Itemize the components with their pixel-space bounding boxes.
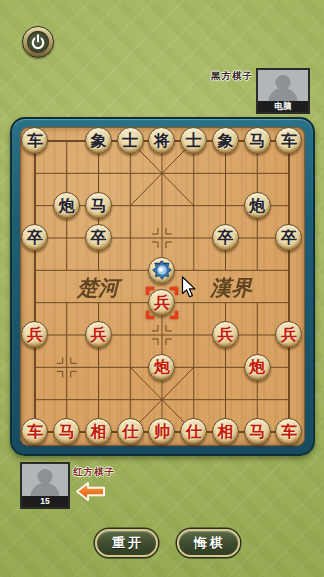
piece-glyph: 士 — [186, 133, 202, 149]
board-cell-c3[interactable]: 兵 — [83, 319, 115, 351]
board-cell-b5[interactable] — [51, 254, 83, 286]
piece-车-black[interactable]: 车 — [21, 127, 48, 154]
piece-glyph: 象 — [90, 133, 106, 149]
piece-glyph: 卒 — [281, 230, 297, 246]
board-cell-d9[interactable]: 士 — [114, 125, 146, 157]
board-cell-e9[interactable]: 将 — [146, 125, 178, 157]
board-cell-h4[interactable] — [241, 286, 273, 318]
board-cell-g3[interactable]: 兵 — [210, 319, 242, 351]
piece-兵-red[interactable]: 兵 — [85, 321, 112, 348]
piece-卒-black[interactable]: 卒 — [85, 224, 112, 251]
board-cell-g0[interactable]: 相 — [210, 416, 242, 448]
piece-车-red[interactable]: 车 — [21, 418, 48, 445]
piece-马-red[interactable]: 马 — [244, 418, 271, 445]
piece-兵-red[interactable]: 兵 — [212, 321, 239, 348]
player-avatar: 15 — [20, 462, 70, 509]
board-cell-g8[interactable] — [210, 157, 242, 189]
board-cell-i5[interactable] — [273, 254, 305, 286]
opponent-label: 黑方棋子 — [211, 70, 253, 83]
board-cell-h5[interactable] — [241, 254, 273, 286]
board-cell-i2[interactable] — [273, 351, 305, 383]
piece-glyph: 卒 — [217, 230, 233, 246]
board-cell-c1[interactable] — [83, 383, 115, 415]
board-cell-d4[interactable] — [114, 286, 146, 318]
board-cell-e6[interactable] — [146, 222, 178, 254]
piece-glyph: 帅 — [154, 424, 170, 440]
board-cell-d3[interactable] — [114, 319, 146, 351]
piece-glyph: 马 — [59, 424, 75, 440]
board-cell-g6[interactable]: 卒 — [210, 222, 242, 254]
board-cell-a8[interactable] — [19, 157, 51, 189]
board-cell-c4[interactable] — [83, 286, 115, 318]
board-cell-e2[interactable]: 炮 — [146, 351, 178, 383]
avatar-torso-icon — [31, 483, 60, 497]
board-cell-a5[interactable] — [19, 254, 51, 286]
piece-glyph: 马 — [90, 198, 106, 214]
piece-炮-red[interactable]: 炮 — [244, 354, 271, 381]
board-cell-e5[interactable]: 卒 — [146, 254, 178, 286]
piece-象-black[interactable]: 象 — [85, 127, 112, 154]
piece-glyph: 炮 — [249, 359, 265, 375]
piece-glyph: 兵 — [217, 327, 233, 343]
board-cell-f7[interactable] — [178, 189, 210, 221]
piece-glyph: 将 — [154, 133, 170, 149]
app: 黑方棋子 电脑 楚河 漢界 车象士将士象马车炮马炮卒卒卒卒卒兵兵兵兵兵炮炮车马相… — [0, 0, 324, 577]
piece-车-black[interactable]: 车 — [275, 127, 302, 154]
piece-glyph: 马 — [249, 133, 265, 149]
board-cell-a0[interactable]: 车 — [19, 416, 51, 448]
piece-glyph: 仕 — [186, 424, 202, 440]
piece-炮-black[interactable]: 炮 — [244, 192, 271, 219]
piece-glyph: 车 — [281, 133, 297, 149]
board-cell-h8[interactable] — [241, 157, 273, 189]
board-cell-i7[interactable] — [273, 189, 305, 221]
piece-兵-red[interactable]: 兵 — [21, 321, 48, 348]
board-cell-b4[interactable] — [51, 286, 83, 318]
player-badge: 15 — [22, 496, 68, 507]
board-cell-g4[interactable] — [210, 286, 242, 318]
board-cell-c8[interactable] — [83, 157, 115, 189]
board-cell-h7[interactable]: 炮 — [241, 189, 273, 221]
piece-仕-red[interactable]: 仕 — [117, 418, 144, 445]
board-cell-e7[interactable] — [146, 189, 178, 221]
board-cell-h9[interactable]: 马 — [241, 125, 273, 157]
piece-象-black[interactable]: 象 — [212, 127, 239, 154]
piece-glyph: 兵 — [27, 327, 43, 343]
piece-兵-red[interactable]: 兵 — [148, 289, 175, 316]
board-cell-f5[interactable] — [178, 254, 210, 286]
piece-兵-red[interactable]: 兵 — [275, 321, 302, 348]
board-cell-i0[interactable]: 车 — [273, 416, 305, 448]
board-cell-e3[interactable] — [146, 319, 178, 351]
board-cell-i8[interactable] — [273, 157, 305, 189]
piece-glyph: 炮 — [59, 198, 75, 214]
board-cell-d5[interactable] — [114, 254, 146, 286]
board-cell-f4[interactable] — [178, 286, 210, 318]
undo-button[interactable]: 悔棋 — [177, 529, 240, 557]
piece-glyph: 卒 — [90, 230, 106, 246]
piece-炮-black[interactable]: 炮 — [53, 192, 80, 219]
piece-grid: 车象士将士象马车炮马炮卒卒卒卒卒兵兵兵兵兵炮炮车马相仕帅仕相马车 — [19, 125, 305, 448]
piece-炮-red[interactable]: 炮 — [148, 354, 175, 381]
board-cell-d8[interactable] — [114, 157, 146, 189]
piece-马-black[interactable]: 马 — [85, 192, 112, 219]
board-cell-e0[interactable]: 帅 — [146, 416, 178, 448]
board-cell-h6[interactable] — [241, 222, 273, 254]
board-cell-i1[interactable] — [273, 383, 305, 415]
board-cell-b1[interactable] — [51, 383, 83, 415]
board-cell-b8[interactable] — [51, 157, 83, 189]
piece-glyph: 士 — [122, 133, 138, 149]
turn-arrow-icon — [75, 481, 106, 502]
board-cell-g2[interactable] — [210, 351, 242, 383]
piece-帅-red[interactable]: 帅 — [148, 418, 175, 445]
piece-将-black[interactable]: 将 — [148, 127, 175, 154]
board-cell-i9[interactable]: 车 — [273, 125, 305, 157]
piece-仕-red[interactable]: 仕 — [180, 418, 207, 445]
board-cell-g1[interactable] — [210, 383, 242, 415]
board-cell-h0[interactable]: 马 — [241, 416, 273, 448]
board-cell-g9[interactable]: 象 — [210, 125, 242, 157]
board-cell-h3[interactable] — [241, 319, 273, 351]
board-cell-e4[interactable]: 兵 — [146, 286, 178, 318]
xiangqi-board: 楚河 漢界 车象士将士象马车炮马炮卒卒卒卒卒兵兵兵兵兵炮炮车马相仕帅仕相马车 — [10, 117, 315, 456]
board-cell-c9[interactable]: 象 — [83, 125, 115, 157]
board-cell-c6[interactable]: 卒 — [83, 222, 115, 254]
board-cell-d0[interactable]: 仕 — [114, 416, 146, 448]
board-cell-c0[interactable]: 相 — [83, 416, 115, 448]
piece-glyph: 相 — [217, 424, 233, 440]
piece-glyph: 卒 — [27, 230, 43, 246]
board-cell-a7[interactable] — [19, 189, 51, 221]
board-cell-a4[interactable] — [19, 286, 51, 318]
piece-glyph: 象 — [217, 133, 233, 149]
power-icon — [27, 31, 49, 53]
piece-士-black[interactable]: 士 — [117, 127, 144, 154]
board-cell-h1[interactable] — [241, 383, 273, 415]
board-cell-b7[interactable]: 炮 — [51, 189, 83, 221]
piece-glyph: 炮 — [249, 198, 265, 214]
board-cell-a1[interactable] — [19, 383, 51, 415]
board-cell-c5[interactable] — [83, 254, 115, 286]
piece-卒-black[interactable]: 卒 — [275, 224, 302, 251]
board-cell-d7[interactable] — [114, 189, 146, 221]
piece-glyph: 车 — [281, 424, 297, 440]
board-cell-b6[interactable] — [51, 222, 83, 254]
piece-glyph: 兵 — [281, 327, 297, 343]
piece-glyph: 相 — [90, 424, 106, 440]
board-cell-a2[interactable] — [19, 351, 51, 383]
piece-glyph: 卒 — [154, 262, 170, 278]
board-cell-a3[interactable]: 兵 — [19, 319, 51, 351]
piece-glyph: 车 — [27, 424, 43, 440]
player-label: 红方棋子 — [73, 466, 115, 479]
opponent-name: 电脑 — [258, 101, 308, 112]
board-cell-c2[interactable] — [83, 351, 115, 383]
piece-glyph: 兵 — [90, 327, 106, 343]
board-cell-d6[interactable] — [114, 222, 146, 254]
board-cell-b0[interactable]: 马 — [51, 416, 83, 448]
board-cell-e1[interactable] — [146, 383, 178, 415]
board-cell-b9[interactable] — [51, 125, 83, 157]
piece-车-red[interactable]: 车 — [275, 418, 302, 445]
piece-卒-black[interactable]: 卒 — [21, 224, 48, 251]
avatar-head-icon — [38, 469, 53, 484]
piece-glyph: 马 — [249, 424, 265, 440]
piece-马-black[interactable]: 马 — [244, 127, 271, 154]
board-cell-a9[interactable]: 车 — [19, 125, 51, 157]
board-cell-f2[interactable] — [178, 351, 210, 383]
board-cell-h2[interactable]: 炮 — [241, 351, 273, 383]
piece-士-black[interactable]: 士 — [180, 127, 207, 154]
quit-button[interactable] — [22, 26, 54, 58]
piece-glyph: 仕 — [122, 424, 138, 440]
board-cell-f0[interactable]: 仕 — [178, 416, 210, 448]
board-cell-i3[interactable]: 兵 — [273, 319, 305, 351]
board-cell-f3[interactable] — [178, 319, 210, 351]
board-cell-c7[interactable]: 马 — [83, 189, 115, 221]
piece-glyph: 炮 — [154, 359, 170, 375]
opponent-avatar: 电脑 — [256, 68, 310, 114]
board-cell-f6[interactable] — [178, 222, 210, 254]
piece-相-red[interactable]: 相 — [212, 418, 239, 445]
board-cell-d2[interactable] — [114, 351, 146, 383]
piece-马-red[interactable]: 马 — [53, 418, 80, 445]
board-cell-b2[interactable] — [51, 351, 83, 383]
avatar-torso-icon — [269, 88, 298, 102]
piece-glyph: 兵 — [154, 295, 170, 311]
board-cell-b3[interactable] — [51, 319, 83, 351]
board-cell-i4[interactable] — [273, 286, 305, 318]
piece-卒-black[interactable]: 卒 — [212, 224, 239, 251]
board-cell-f1[interactable] — [178, 383, 210, 415]
piece-相-red[interactable]: 相 — [85, 418, 112, 445]
piece-glyph: 车 — [27, 133, 43, 149]
board-cell-i6[interactable]: 卒 — [273, 222, 305, 254]
piece-卒-black[interactable]: 卒 — [148, 257, 175, 284]
board-cell-g5[interactable] — [210, 254, 242, 286]
board-cell-f9[interactable]: 士 — [178, 125, 210, 157]
board-cell-a6[interactable]: 卒 — [19, 222, 51, 254]
board-cell-d1[interactable] — [114, 383, 146, 415]
board-cell-g7[interactable] — [210, 189, 242, 221]
board-cell-e8[interactable] — [146, 157, 178, 189]
restart-button[interactable]: 重开 — [95, 529, 158, 557]
board-cell-f8[interactable] — [178, 157, 210, 189]
